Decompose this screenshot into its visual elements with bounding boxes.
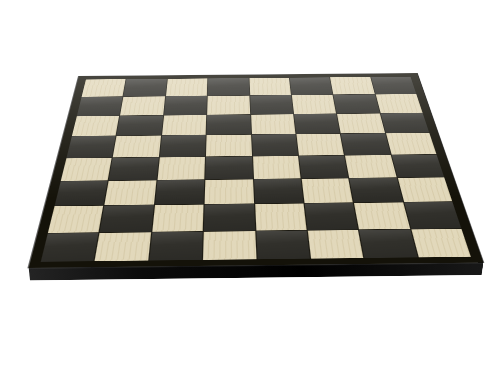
square-f5 [296, 134, 344, 155]
square-e1 [256, 230, 310, 259]
square-a4 [61, 158, 112, 181]
square-g3 [350, 178, 403, 203]
square-c1 [149, 232, 203, 261]
square-c4 [157, 157, 205, 180]
square-b4 [109, 157, 159, 180]
square-b6 [117, 115, 163, 135]
square-d2 [204, 204, 255, 231]
square-e4 [253, 156, 301, 179]
square-d7 [207, 96, 249, 115]
square-d1 [203, 231, 256, 260]
square-f3 [302, 178, 353, 203]
square-b5 [113, 136, 161, 158]
square-e7 [250, 95, 293, 114]
square-d8 [208, 78, 249, 96]
square-c3 [155, 180, 205, 205]
square-c7 [164, 96, 207, 115]
square-e3 [254, 179, 304, 204]
square-d3 [205, 179, 254, 204]
square-d5 [206, 135, 251, 157]
chessboard [58, 0, 446, 350]
square-b2 [100, 205, 154, 232]
square-c2 [152, 205, 204, 232]
square-h8 [371, 77, 416, 95]
square-g6 [337, 113, 384, 133]
square-a7 [77, 97, 123, 116]
square-b3 [105, 180, 156, 205]
square-b7 [120, 97, 164, 116]
square-c5 [160, 135, 206, 157]
board-grid [41, 77, 471, 262]
square-f8 [290, 77, 333, 95]
square-g4 [345, 155, 396, 178]
square-h4 [391, 154, 444, 177]
square-c6 [162, 115, 207, 135]
square-g7 [334, 95, 380, 114]
square-h5 [386, 133, 437, 154]
square-h2 [404, 202, 461, 229]
square-g5 [341, 133, 390, 154]
square-a1 [41, 233, 99, 262]
square-g2 [354, 203, 409, 230]
square-h3 [397, 177, 452, 202]
square-e2 [255, 204, 307, 231]
square-g8 [330, 77, 374, 95]
square-c8 [166, 78, 208, 96]
square-b1 [95, 232, 151, 261]
square-a2 [48, 206, 104, 233]
square-g1 [359, 229, 417, 258]
square-e6 [251, 114, 296, 134]
square-f4 [299, 155, 349, 178]
square-f7 [292, 95, 336, 114]
square-f1 [308, 230, 364, 259]
square-a8 [82, 79, 126, 97]
square-h6 [380, 113, 429, 133]
square-d4 [205, 156, 252, 179]
square-h1 [411, 229, 471, 258]
square-a3 [55, 181, 108, 206]
square-e8 [249, 78, 291, 96]
square-f6 [294, 114, 340, 134]
board-frame [29, 73, 484, 268]
square-a5 [67, 136, 116, 158]
square-a6 [72, 116, 120, 136]
square-f2 [304, 203, 358, 230]
square-h7 [375, 94, 422, 113]
square-e5 [252, 134, 298, 155]
square-d6 [207, 115, 251, 135]
square-b8 [124, 79, 167, 97]
photo-background [0, 0, 500, 375]
board-3d [29, 73, 484, 268]
